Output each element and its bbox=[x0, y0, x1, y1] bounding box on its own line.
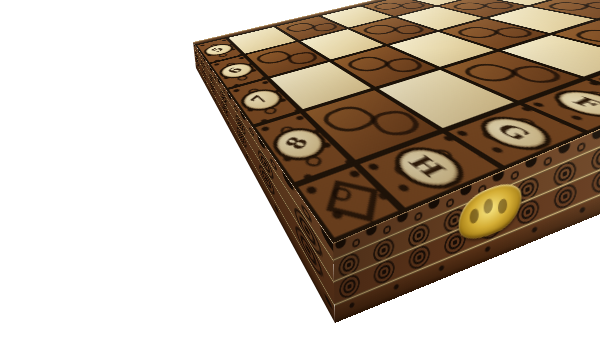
file-label-disc-f: F bbox=[548, 88, 600, 119]
rank-label-disc-7: 7 bbox=[239, 88, 284, 113]
rank-label-5: 5 bbox=[209, 47, 227, 53]
rank-label-7: 7 bbox=[248, 94, 273, 105]
file-label-g: G bbox=[492, 122, 536, 143]
file-label-disc-g: G bbox=[474, 114, 556, 152]
chess-box-photo: 5678HGFEDCBA bbox=[0, 0, 600, 360]
rank-label-disc-6: 6 bbox=[218, 62, 254, 80]
file-label-f: F bbox=[568, 95, 600, 111]
file-label-disc-h: H bbox=[388, 144, 469, 191]
rank-label-8: 8 bbox=[282, 135, 314, 153]
rank-label-disc-5: 5 bbox=[203, 43, 233, 57]
rank-label-disc-8: 8 bbox=[269, 126, 328, 163]
rank-label-6: 6 bbox=[225, 67, 246, 75]
file-label-h: H bbox=[404, 153, 451, 180]
